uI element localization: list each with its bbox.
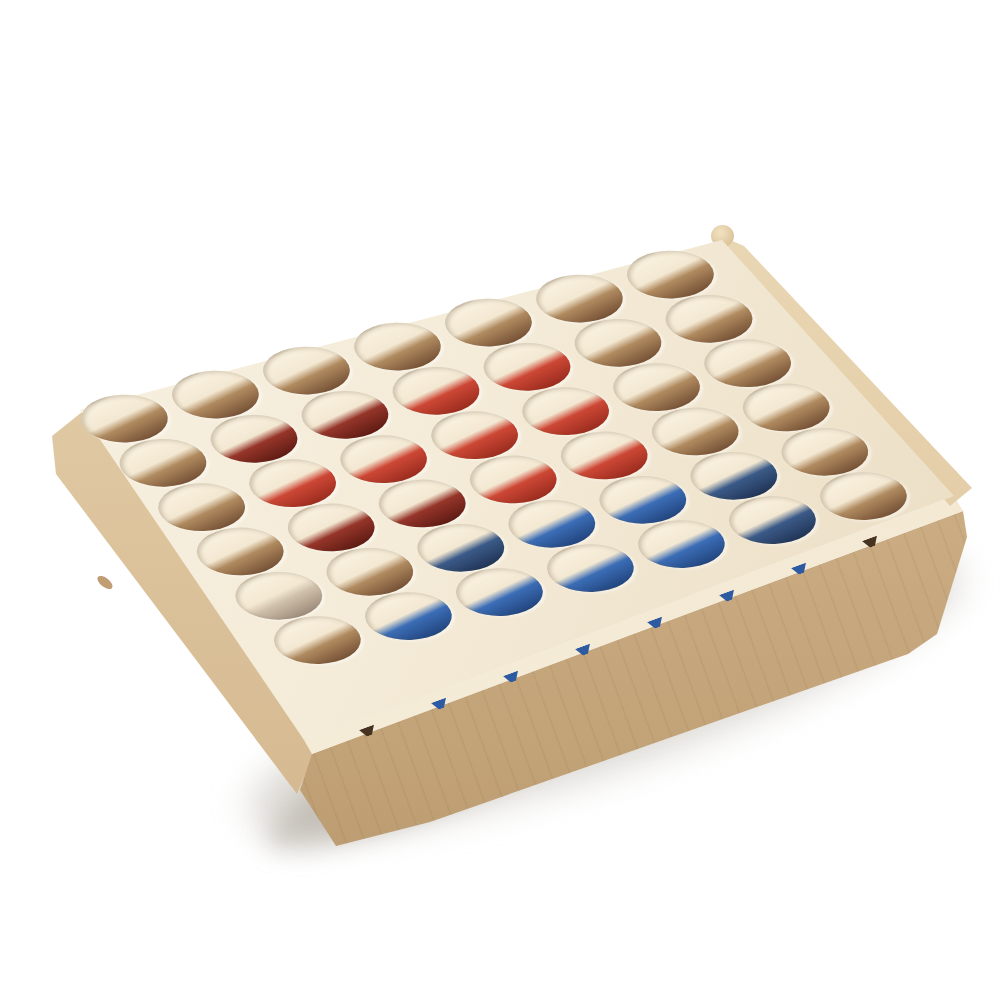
wood-knot bbox=[95, 573, 115, 591]
product-photo-scene bbox=[0, 0, 1000, 1000]
